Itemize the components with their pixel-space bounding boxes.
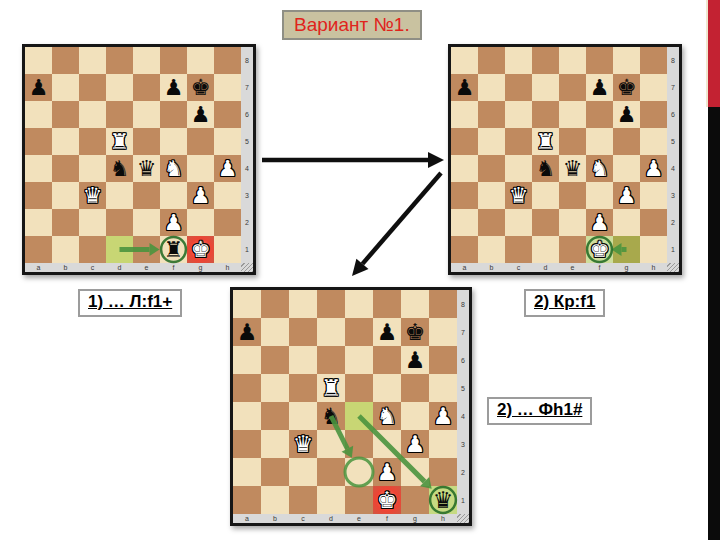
white-pawn: ♟ bbox=[191, 185, 211, 207]
square-f5[interactable] bbox=[373, 374, 401, 402]
rank-label-3: 3 bbox=[667, 182, 679, 209]
file-label-b: b bbox=[52, 263, 79, 272]
square-c4[interactable] bbox=[505, 155, 532, 182]
square-c6[interactable] bbox=[79, 101, 106, 128]
square-e5[interactable] bbox=[345, 374, 373, 402]
square-e6[interactable] bbox=[559, 101, 586, 128]
slide: { "game": "chess", "title": { "text": "В… bbox=[0, 0, 720, 540]
square-f1[interactable]: ♜ bbox=[160, 236, 187, 263]
file-label-h: h bbox=[429, 514, 457, 523]
square-d6[interactable] bbox=[532, 101, 559, 128]
square-d7[interactable] bbox=[106, 74, 133, 101]
rank-label-7: 7 bbox=[457, 318, 469, 346]
board-3-grid: 8♟♟♚7♟6♜5♞♞♟4♛♟3♟2♚♛1abcdefgh bbox=[233, 290, 469, 523]
square-f3[interactable] bbox=[160, 182, 187, 209]
square-e8[interactable] bbox=[133, 47, 160, 74]
square-a3[interactable] bbox=[25, 182, 52, 209]
square-h5[interactable] bbox=[640, 128, 667, 155]
resize-corner-icon bbox=[667, 263, 679, 272]
square-e3[interactable] bbox=[133, 182, 160, 209]
board-2: 8♟♟♚7♟6♜5♞♛♞♟4♛♟3♟2♚1abcdefgh bbox=[448, 44, 682, 275]
white-pawn: ♟ bbox=[164, 212, 184, 234]
square-h7[interactable] bbox=[640, 74, 667, 101]
square-a7[interactable]: ♟ bbox=[233, 318, 261, 346]
move-label-2: 2) Кр:f1 bbox=[524, 289, 605, 317]
file-label-c: c bbox=[289, 514, 317, 523]
square-c8[interactable] bbox=[505, 47, 532, 74]
square-a6[interactable] bbox=[233, 346, 261, 374]
rank-label-2: 2 bbox=[667, 209, 679, 236]
white-rook: ♜ bbox=[321, 377, 342, 400]
white-pawn: ♟ bbox=[617, 185, 637, 207]
square-g2[interactable] bbox=[401, 458, 429, 486]
square-g5[interactable] bbox=[613, 128, 640, 155]
square-g3[interactable]: ♟ bbox=[187, 182, 214, 209]
edge-bar-red bbox=[708, 0, 720, 107]
square-g5[interactable] bbox=[187, 128, 214, 155]
white-pawn: ♟ bbox=[377, 461, 398, 484]
square-f6[interactable] bbox=[586, 101, 613, 128]
white-queen: ♛ bbox=[83, 185, 103, 207]
square-d7[interactable] bbox=[532, 74, 559, 101]
black-rook: ♜ bbox=[164, 239, 184, 261]
rank-label-4: 4 bbox=[667, 155, 679, 182]
square-d1[interactable] bbox=[106, 236, 133, 263]
square-f3[interactable] bbox=[373, 430, 401, 458]
white-pawn: ♟ bbox=[644, 158, 664, 180]
square-h5[interactable] bbox=[214, 128, 241, 155]
square-f7[interactable]: ♟ bbox=[586, 74, 613, 101]
square-a3[interactable] bbox=[451, 182, 478, 209]
square-e3[interactable] bbox=[345, 430, 373, 458]
square-h5[interactable] bbox=[429, 374, 457, 402]
square-c5[interactable] bbox=[79, 128, 106, 155]
square-e3[interactable] bbox=[559, 182, 586, 209]
square-f8[interactable] bbox=[160, 47, 187, 74]
black-pawn: ♟ bbox=[455, 77, 475, 99]
square-d5[interactable]: ♜ bbox=[317, 374, 345, 402]
square-g3[interactable]: ♟ bbox=[613, 182, 640, 209]
square-g6[interactable]: ♟ bbox=[401, 346, 429, 374]
square-f6[interactable] bbox=[160, 101, 187, 128]
square-b4[interactable] bbox=[261, 402, 289, 430]
square-d2[interactable] bbox=[532, 209, 559, 236]
square-b8[interactable] bbox=[261, 290, 289, 318]
square-h1[interactable] bbox=[214, 236, 241, 263]
file-label-c: c bbox=[79, 263, 106, 272]
square-c8[interactable] bbox=[79, 47, 106, 74]
square-e1[interactable] bbox=[559, 236, 586, 263]
square-a2[interactable] bbox=[451, 209, 478, 236]
black-pawn: ♟ bbox=[191, 104, 211, 126]
square-h7[interactable] bbox=[429, 318, 457, 346]
white-king: ♚ bbox=[590, 239, 610, 261]
move-label-3: 2) … Фh1# bbox=[487, 397, 592, 425]
square-g8[interactable] bbox=[401, 290, 429, 318]
square-c1[interactable] bbox=[289, 486, 317, 514]
rank-label-1: 1 bbox=[241, 236, 253, 263]
rank-label-5: 5 bbox=[241, 128, 253, 155]
file-label-g: g bbox=[401, 514, 429, 523]
black-pawn: ♟ bbox=[405, 349, 426, 372]
square-d4[interactable]: ♞ bbox=[106, 155, 133, 182]
square-g8[interactable] bbox=[187, 47, 214, 74]
square-d8[interactable] bbox=[106, 47, 133, 74]
square-e1[interactable] bbox=[133, 236, 160, 263]
square-c3[interactable]: ♛ bbox=[289, 430, 317, 458]
square-f8[interactable] bbox=[373, 290, 401, 318]
white-king: ♚ bbox=[377, 489, 398, 512]
board-2-grid: 8♟♟♚7♟6♜5♞♛♞♟4♛♟3♟2♚1abcdefgh bbox=[451, 47, 679, 272]
file-label-a: a bbox=[233, 514, 261, 523]
square-g2[interactable] bbox=[613, 209, 640, 236]
square-f7[interactable]: ♟ bbox=[373, 318, 401, 346]
square-g8[interactable] bbox=[613, 47, 640, 74]
square-c2[interactable] bbox=[289, 458, 317, 486]
file-label-c: c bbox=[505, 263, 532, 272]
file-label-d: d bbox=[532, 263, 559, 272]
black-king: ♚ bbox=[191, 77, 211, 99]
square-a1[interactable] bbox=[25, 236, 52, 263]
square-a1[interactable] bbox=[451, 236, 478, 263]
square-f2[interactable]: ♟ bbox=[586, 209, 613, 236]
square-f2[interactable]: ♟ bbox=[160, 209, 187, 236]
black-pawn: ♟ bbox=[29, 77, 49, 99]
square-a2[interactable] bbox=[233, 458, 261, 486]
square-g2[interactable] bbox=[187, 209, 214, 236]
square-c6[interactable] bbox=[505, 101, 532, 128]
square-c3[interactable]: ♛ bbox=[79, 182, 106, 209]
square-h6[interactable] bbox=[640, 101, 667, 128]
square-g4[interactable] bbox=[187, 155, 214, 182]
square-g1[interactable]: ♚ bbox=[187, 236, 214, 263]
square-h6[interactable] bbox=[214, 101, 241, 128]
square-d8[interactable] bbox=[532, 47, 559, 74]
square-f5[interactable] bbox=[586, 128, 613, 155]
square-c5[interactable] bbox=[289, 374, 317, 402]
square-d2[interactable] bbox=[106, 209, 133, 236]
square-b4[interactable] bbox=[52, 155, 79, 182]
square-h1[interactable]: ♛ bbox=[429, 486, 457, 514]
file-label-h: h bbox=[640, 263, 667, 272]
rank-label-3: 3 bbox=[457, 430, 469, 458]
square-f3[interactable] bbox=[586, 182, 613, 209]
square-c4[interactable] bbox=[289, 402, 317, 430]
black-pawn: ♟ bbox=[164, 77, 184, 99]
square-d7[interactable] bbox=[317, 318, 345, 346]
board-3: 8♟♟♚7♟6♜5♞♞♟4♛♟3♟2♚♛1abcdefgh bbox=[230, 287, 472, 526]
square-d4[interactable]: ♞ bbox=[317, 402, 345, 430]
square-e4[interactable]: ♛ bbox=[559, 155, 586, 182]
file-label-b: b bbox=[478, 263, 505, 272]
square-g4[interactable] bbox=[613, 155, 640, 182]
square-h3[interactable] bbox=[429, 430, 457, 458]
rank-label-8: 8 bbox=[457, 290, 469, 318]
square-a6[interactable] bbox=[25, 101, 52, 128]
black-knight: ♞ bbox=[110, 158, 130, 180]
square-f4[interactable]: ♞ bbox=[373, 402, 401, 430]
white-pawn: ♟ bbox=[405, 433, 426, 456]
square-c2[interactable] bbox=[505, 209, 532, 236]
square-b6[interactable] bbox=[52, 101, 79, 128]
black-queen: ♛ bbox=[137, 158, 157, 180]
square-b5[interactable] bbox=[52, 128, 79, 155]
square-b2[interactable] bbox=[478, 209, 505, 236]
square-f4[interactable]: ♞ bbox=[160, 155, 187, 182]
square-d5[interactable]: ♜ bbox=[106, 128, 133, 155]
square-a8[interactable] bbox=[451, 47, 478, 74]
square-g7[interactable]: ♚ bbox=[187, 74, 214, 101]
square-e1[interactable] bbox=[345, 486, 373, 514]
square-b7[interactable] bbox=[478, 74, 505, 101]
square-b8[interactable] bbox=[478, 47, 505, 74]
file-label-e: e bbox=[559, 263, 586, 272]
square-b7[interactable] bbox=[261, 318, 289, 346]
file-label-g: g bbox=[613, 263, 640, 272]
square-b5[interactable] bbox=[478, 128, 505, 155]
square-d8[interactable] bbox=[317, 290, 345, 318]
square-c6[interactable] bbox=[289, 346, 317, 374]
white-knight: ♞ bbox=[377, 405, 398, 428]
square-a1[interactable] bbox=[233, 486, 261, 514]
square-f5[interactable] bbox=[160, 128, 187, 155]
square-b6[interactable] bbox=[478, 101, 505, 128]
rank-label-8: 8 bbox=[241, 47, 253, 74]
square-b1[interactable] bbox=[478, 236, 505, 263]
square-b3[interactable] bbox=[478, 182, 505, 209]
square-b1[interactable] bbox=[52, 236, 79, 263]
square-a8[interactable] bbox=[25, 47, 52, 74]
square-h8[interactable] bbox=[214, 47, 241, 74]
black-queen: ♛ bbox=[563, 158, 583, 180]
square-h3[interactable] bbox=[640, 182, 667, 209]
rank-label-1: 1 bbox=[457, 486, 469, 514]
move-label-1: 1) … Л:f1+ bbox=[78, 289, 182, 317]
square-e7[interactable] bbox=[559, 74, 586, 101]
square-c8[interactable] bbox=[289, 290, 317, 318]
square-b4[interactable] bbox=[478, 155, 505, 182]
square-f1[interactable]: ♚ bbox=[586, 236, 613, 263]
square-b8[interactable] bbox=[52, 47, 79, 74]
square-a7[interactable]: ♟ bbox=[451, 74, 478, 101]
white-pawn: ♟ bbox=[218, 158, 238, 180]
square-d1[interactable] bbox=[317, 486, 345, 514]
square-h8[interactable] bbox=[640, 47, 667, 74]
square-a5[interactable] bbox=[451, 128, 478, 155]
file-label-e: e bbox=[345, 514, 373, 523]
square-e4[interactable]: ♛ bbox=[133, 155, 160, 182]
square-c7[interactable] bbox=[79, 74, 106, 101]
white-knight: ♞ bbox=[590, 158, 610, 180]
square-e6[interactable] bbox=[133, 101, 160, 128]
rank-label-7: 7 bbox=[667, 74, 679, 101]
page-title: Вариант №1. bbox=[282, 10, 422, 40]
square-c2[interactable] bbox=[79, 209, 106, 236]
black-king: ♚ bbox=[405, 321, 426, 344]
black-pawn: ♟ bbox=[617, 104, 637, 126]
square-h4[interactable]: ♟ bbox=[640, 155, 667, 182]
board-1-grid: 8♟♟♚7♟6♜5♞♛♞♟4♛♟3♟2♜♚1abcdefgh bbox=[25, 47, 253, 272]
square-e7[interactable] bbox=[133, 74, 160, 101]
square-e5[interactable] bbox=[559, 128, 586, 155]
rank-label-7: 7 bbox=[241, 74, 253, 101]
square-h2[interactable] bbox=[214, 209, 241, 236]
square-a4[interactable] bbox=[233, 402, 261, 430]
square-a2[interactable] bbox=[25, 209, 52, 236]
square-e8[interactable] bbox=[345, 290, 373, 318]
black-knight: ♞ bbox=[536, 158, 556, 180]
square-a5[interactable] bbox=[233, 374, 261, 402]
square-f1[interactable]: ♚ bbox=[373, 486, 401, 514]
square-b7[interactable] bbox=[52, 74, 79, 101]
white-rook: ♜ bbox=[110, 131, 130, 153]
square-d6[interactable] bbox=[317, 346, 345, 374]
square-g3[interactable]: ♟ bbox=[401, 430, 429, 458]
square-b1[interactable] bbox=[261, 486, 289, 514]
square-b3[interactable] bbox=[52, 182, 79, 209]
file-label-a: a bbox=[451, 263, 478, 272]
square-f4[interactable]: ♞ bbox=[586, 155, 613, 182]
white-pawn: ♟ bbox=[433, 405, 454, 428]
square-c7[interactable] bbox=[289, 318, 317, 346]
square-b6[interactable] bbox=[261, 346, 289, 374]
white-king: ♚ bbox=[191, 239, 211, 261]
square-f8[interactable] bbox=[586, 47, 613, 74]
square-h1[interactable] bbox=[640, 236, 667, 263]
square-f7[interactable]: ♟ bbox=[160, 74, 187, 101]
square-d3[interactable] bbox=[317, 430, 345, 458]
file-label-g: g bbox=[187, 263, 214, 272]
square-h4[interactable]: ♟ bbox=[214, 155, 241, 182]
rank-label-1: 1 bbox=[667, 236, 679, 263]
square-a7[interactable]: ♟ bbox=[25, 74, 52, 101]
square-e5[interactable] bbox=[133, 128, 160, 155]
square-a3[interactable] bbox=[233, 430, 261, 458]
white-queen: ♛ bbox=[509, 185, 529, 207]
white-knight: ♞ bbox=[164, 158, 184, 180]
square-a5[interactable] bbox=[25, 128, 52, 155]
square-a6[interactable] bbox=[451, 101, 478, 128]
black-pawn: ♟ bbox=[237, 321, 258, 344]
resize-corner-icon bbox=[241, 263, 253, 272]
square-c7[interactable] bbox=[505, 74, 532, 101]
black-queen: ♛ bbox=[433, 489, 454, 512]
square-h8[interactable] bbox=[429, 290, 457, 318]
square-h3[interactable] bbox=[214, 182, 241, 209]
square-e2[interactable] bbox=[133, 209, 160, 236]
file-label-f: f bbox=[373, 514, 401, 523]
square-d3[interactable] bbox=[106, 182, 133, 209]
square-d3[interactable] bbox=[532, 182, 559, 209]
white-queen: ♛ bbox=[293, 433, 314, 456]
square-h6[interactable] bbox=[429, 346, 457, 374]
square-a4[interactable] bbox=[25, 155, 52, 182]
square-c3[interactable]: ♛ bbox=[505, 182, 532, 209]
square-d1[interactable] bbox=[532, 236, 559, 263]
square-e2[interactable] bbox=[345, 458, 373, 486]
rank-label-6: 6 bbox=[457, 346, 469, 374]
rank-label-8: 8 bbox=[667, 47, 679, 74]
square-d4[interactable]: ♞ bbox=[532, 155, 559, 182]
square-b3[interactable] bbox=[261, 430, 289, 458]
square-g1[interactable] bbox=[401, 486, 429, 514]
file-label-d: d bbox=[106, 263, 133, 272]
square-h4[interactable]: ♟ bbox=[429, 402, 457, 430]
square-e2[interactable] bbox=[559, 209, 586, 236]
resize-corner-icon bbox=[457, 514, 469, 523]
file-label-b: b bbox=[261, 514, 289, 523]
black-knight: ♞ bbox=[321, 405, 342, 428]
black-pawn: ♟ bbox=[590, 77, 610, 99]
square-e7[interactable] bbox=[345, 318, 373, 346]
board-1: 8♟♟♚7♟6♜5♞♛♞♟4♛♟3♟2♜♚1abcdefgh bbox=[22, 44, 256, 275]
square-a4[interactable] bbox=[451, 155, 478, 182]
file-label-e: e bbox=[133, 263, 160, 272]
square-g4[interactable] bbox=[401, 402, 429, 430]
square-g7[interactable]: ♚ bbox=[401, 318, 429, 346]
rank-label-4: 4 bbox=[457, 402, 469, 430]
square-c5[interactable] bbox=[505, 128, 532, 155]
rank-label-2: 2 bbox=[457, 458, 469, 486]
black-pawn: ♟ bbox=[377, 321, 398, 344]
square-g5[interactable] bbox=[401, 374, 429, 402]
rank-label-5: 5 bbox=[457, 374, 469, 402]
square-c4[interactable] bbox=[79, 155, 106, 182]
edge-bar-black bbox=[708, 107, 720, 540]
square-e4[interactable] bbox=[345, 402, 373, 430]
square-b2[interactable] bbox=[52, 209, 79, 236]
black-king: ♚ bbox=[617, 77, 637, 99]
square-g7[interactable]: ♚ bbox=[613, 74, 640, 101]
square-e6[interactable] bbox=[345, 346, 373, 374]
square-g1[interactable] bbox=[613, 236, 640, 263]
square-h2[interactable] bbox=[640, 209, 667, 236]
file-label-d: d bbox=[317, 514, 345, 523]
file-label-f: f bbox=[160, 263, 187, 272]
square-g6[interactable]: ♟ bbox=[613, 101, 640, 128]
rank-label-6: 6 bbox=[241, 101, 253, 128]
file-label-a: a bbox=[25, 263, 52, 272]
rank-label-5: 5 bbox=[667, 128, 679, 155]
white-pawn: ♟ bbox=[590, 212, 610, 234]
square-b2[interactable] bbox=[261, 458, 289, 486]
square-f6[interactable] bbox=[373, 346, 401, 374]
square-c1[interactable] bbox=[79, 236, 106, 263]
rank-label-6: 6 bbox=[667, 101, 679, 128]
square-g6[interactable]: ♟ bbox=[187, 101, 214, 128]
square-d2[interactable] bbox=[317, 458, 345, 486]
square-h2[interactable] bbox=[429, 458, 457, 486]
square-c1[interactable] bbox=[505, 236, 532, 263]
square-d6[interactable] bbox=[106, 101, 133, 128]
square-d5[interactable]: ♜ bbox=[532, 128, 559, 155]
square-b5[interactable] bbox=[261, 374, 289, 402]
file-label-f: f bbox=[586, 263, 613, 272]
square-a8[interactable] bbox=[233, 290, 261, 318]
file-label-h: h bbox=[214, 263, 241, 272]
square-h7[interactable] bbox=[214, 74, 241, 101]
rank-label-2: 2 bbox=[241, 209, 253, 236]
square-f2[interactable]: ♟ bbox=[373, 458, 401, 486]
square-e8[interactable] bbox=[559, 47, 586, 74]
rank-label-3: 3 bbox=[241, 182, 253, 209]
white-rook: ♜ bbox=[536, 131, 556, 153]
rank-label-4: 4 bbox=[241, 155, 253, 182]
